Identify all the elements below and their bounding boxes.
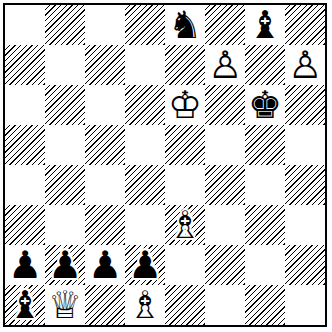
square-h2[interactable]	[285, 245, 325, 285]
piece-black-pawn: ♟	[8, 245, 42, 285]
square-e7[interactable]	[165, 45, 205, 85]
square-f3[interactable]	[205, 205, 245, 245]
square-c4[interactable]	[85, 165, 125, 205]
square-d1[interactable]: ♗	[125, 285, 165, 325]
square-g1[interactable]	[245, 285, 285, 325]
piece-white-pawn: ♙	[208, 45, 242, 85]
chess-board-frame: ♞♝♙♙♔♚♗♟♟♟♟♝♕♗	[3, 3, 327, 327]
square-b6[interactable]	[45, 85, 85, 125]
square-h8[interactable]	[285, 5, 325, 45]
square-h7[interactable]: ♙	[285, 45, 325, 85]
square-d7[interactable]	[125, 45, 165, 85]
square-b5[interactable]	[45, 125, 85, 165]
square-f6[interactable]	[205, 85, 245, 125]
piece-black-pawn: ♟	[48, 245, 82, 285]
square-h4[interactable]	[285, 165, 325, 205]
square-a1[interactable]: ♝	[5, 285, 45, 325]
square-d2[interactable]: ♟	[125, 245, 165, 285]
square-f1[interactable]	[205, 285, 245, 325]
piece-black-pawn: ♟	[128, 245, 162, 285]
square-f5[interactable]	[205, 125, 245, 165]
square-a6[interactable]	[5, 85, 45, 125]
square-g8[interactable]: ♝	[245, 5, 285, 45]
square-d4[interactable]	[125, 165, 165, 205]
square-a2[interactable]: ♟	[5, 245, 45, 285]
piece-white-queen: ♕	[48, 285, 82, 325]
square-e3[interactable]: ♗	[165, 205, 205, 245]
square-d5[interactable]	[125, 125, 165, 165]
square-d8[interactable]	[125, 5, 165, 45]
square-c8[interactable]	[85, 5, 125, 45]
square-f4[interactable]	[205, 165, 245, 205]
square-b2[interactable]: ♟	[45, 245, 85, 285]
square-c6[interactable]	[85, 85, 125, 125]
square-g7[interactable]	[245, 45, 285, 85]
square-c5[interactable]	[85, 125, 125, 165]
square-g2[interactable]	[245, 245, 285, 285]
square-f2[interactable]	[205, 245, 245, 285]
square-b8[interactable]	[45, 5, 85, 45]
square-e1[interactable]	[165, 285, 205, 325]
square-e5[interactable]	[165, 125, 205, 165]
square-h6[interactable]	[285, 85, 325, 125]
square-c2[interactable]: ♟	[85, 245, 125, 285]
piece-black-knight: ♞	[168, 5, 202, 45]
square-b3[interactable]	[45, 205, 85, 245]
square-c1[interactable]	[85, 285, 125, 325]
square-e2[interactable]	[165, 245, 205, 285]
piece-white-king: ♔	[168, 85, 202, 125]
chess-board: ♞♝♙♙♔♚♗♟♟♟♟♝♕♗	[5, 5, 325, 325]
piece-black-bishop: ♝	[248, 5, 282, 45]
square-e4[interactable]	[165, 165, 205, 205]
piece-white-bishop: ♗	[128, 285, 162, 325]
square-g4[interactable]	[245, 165, 285, 205]
square-b7[interactable]	[45, 45, 85, 85]
square-h3[interactable]	[285, 205, 325, 245]
piece-black-pawn: ♟	[88, 245, 122, 285]
square-a3[interactable]	[5, 205, 45, 245]
piece-black-bishop: ♝	[8, 285, 42, 325]
piece-black-king: ♚	[248, 85, 282, 125]
square-b1[interactable]: ♕	[45, 285, 85, 325]
square-g5[interactable]	[245, 125, 285, 165]
square-a7[interactable]	[5, 45, 45, 85]
square-d3[interactable]	[125, 205, 165, 245]
square-a4[interactable]	[5, 165, 45, 205]
square-c7[interactable]	[85, 45, 125, 85]
square-g6[interactable]: ♚	[245, 85, 285, 125]
piece-white-bishop: ♗	[168, 205, 202, 245]
square-f8[interactable]	[205, 5, 245, 45]
square-h1[interactable]	[285, 285, 325, 325]
square-h5[interactable]	[285, 125, 325, 165]
square-a5[interactable]	[5, 125, 45, 165]
square-b4[interactable]	[45, 165, 85, 205]
square-a8[interactable]	[5, 5, 45, 45]
square-e6[interactable]: ♔	[165, 85, 205, 125]
square-d6[interactable]	[125, 85, 165, 125]
square-c3[interactable]	[85, 205, 125, 245]
piece-white-pawn: ♙	[288, 45, 322, 85]
square-f7[interactable]: ♙	[205, 45, 245, 85]
square-g3[interactable]	[245, 205, 285, 245]
square-e8[interactable]: ♞	[165, 5, 205, 45]
